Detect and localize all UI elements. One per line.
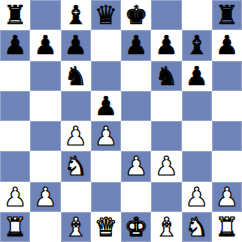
square-f2[interactable] [151,182,181,212]
square-d8[interactable]: ♛ [91,0,121,30]
square-a4[interactable] [0,121,30,151]
square-e1[interactable]: ♚ [121,212,151,242]
square-c8[interactable]: ♝ [61,0,91,30]
white-rook: ♜ [3,212,26,242]
square-g6[interactable]: ♟ [182,61,212,91]
square-h6[interactable] [212,61,242,91]
square-d5[interactable]: ♟ [91,91,121,121]
square-c2[interactable] [61,182,91,212]
chess-board: ♜♝♛♚♜♟♟♟♟♟♝♟♞♞♟♟♟♟♞♟♟♟♟♟♟♜♝♛♚♝♞♜ [0,0,242,242]
square-c5[interactable] [61,91,91,121]
square-e7[interactable]: ♟ [121,30,151,60]
square-g2[interactable]: ♟ [182,182,212,212]
square-c6[interactable]: ♞ [61,61,91,91]
white-queen: ♛ [94,212,117,242]
black-pawn: ♟ [215,30,238,60]
square-h2[interactable]: ♟ [212,182,242,212]
square-b4[interactable] [30,121,60,151]
square-d4[interactable]: ♟ [91,121,121,151]
square-b3[interactable] [30,151,60,181]
black-pawn: ♟ [34,30,57,60]
square-g4[interactable] [182,121,212,151]
black-pawn: ♟ [155,30,178,60]
square-h4[interactable] [212,121,242,151]
black-king: ♚ [124,0,147,30]
black-pawn: ♟ [124,30,147,60]
square-g3[interactable] [182,151,212,181]
square-b2[interactable]: ♟ [30,182,60,212]
square-g7[interactable]: ♝ [182,30,212,60]
white-pawn: ♟ [124,151,147,181]
white-pawn: ♟ [185,182,208,212]
square-e6[interactable] [121,61,151,91]
square-e3[interactable]: ♟ [121,151,151,181]
square-f6[interactable]: ♞ [151,61,181,91]
square-g1[interactable]: ♞ [182,212,212,242]
black-pawn: ♟ [3,30,26,60]
white-knight: ♞ [185,212,208,242]
black-pawn: ♟ [64,30,87,60]
black-bishop: ♝ [64,0,87,30]
square-f5[interactable] [151,91,181,121]
square-b7[interactable]: ♟ [30,30,60,60]
square-e4[interactable] [121,121,151,151]
white-bishop: ♝ [155,212,178,242]
square-b6[interactable] [30,61,60,91]
black-pawn: ♟ [94,91,117,121]
square-f7[interactable]: ♟ [151,30,181,60]
square-g5[interactable] [182,91,212,121]
square-b8[interactable] [30,0,60,30]
black-rook: ♜ [3,0,26,30]
square-a5[interactable] [0,91,30,121]
white-bishop: ♝ [64,212,87,242]
square-e5[interactable] [121,91,151,121]
white-knight: ♞ [64,151,87,181]
square-c4[interactable]: ♟ [61,121,91,151]
square-b1[interactable] [30,212,60,242]
square-h7[interactable]: ♟ [212,30,242,60]
black-queen: ♛ [94,0,117,30]
square-a3[interactable] [0,151,30,181]
black-pawn: ♟ [185,61,208,91]
square-a7[interactable]: ♟ [0,30,30,60]
white-pawn: ♟ [94,121,117,151]
square-c3[interactable]: ♞ [61,151,91,181]
white-pawn: ♟ [34,182,57,212]
square-h1[interactable]: ♜ [212,212,242,242]
square-a6[interactable] [0,61,30,91]
square-b5[interactable] [30,91,60,121]
black-bishop: ♝ [185,30,208,60]
square-f3[interactable]: ♟ [151,151,181,181]
square-a8[interactable]: ♜ [0,0,30,30]
square-h8[interactable]: ♜ [212,0,242,30]
square-f8[interactable] [151,0,181,30]
square-d7[interactable] [91,30,121,60]
square-f1[interactable]: ♝ [151,212,181,242]
square-h5[interactable] [212,91,242,121]
square-h3[interactable] [212,151,242,181]
black-rook: ♜ [215,0,238,30]
white-pawn: ♟ [64,121,87,151]
white-pawn: ♟ [3,182,26,212]
white-rook: ♜ [215,212,238,242]
square-d6[interactable] [91,61,121,91]
square-d2[interactable] [91,182,121,212]
square-f4[interactable] [151,121,181,151]
square-a1[interactable]: ♜ [0,212,30,242]
square-a2[interactable]: ♟ [0,182,30,212]
white-pawn: ♟ [215,182,238,212]
square-e2[interactable] [121,182,151,212]
square-g8[interactable] [182,0,212,30]
square-c7[interactable]: ♟ [61,30,91,60]
square-d1[interactable]: ♛ [91,212,121,242]
square-e8[interactable]: ♚ [121,0,151,30]
white-pawn: ♟ [155,151,178,181]
square-c1[interactable]: ♝ [61,212,91,242]
square-d3[interactable] [91,151,121,181]
black-knight: ♞ [155,61,178,91]
black-knight: ♞ [64,61,87,91]
white-king: ♚ [124,212,147,242]
